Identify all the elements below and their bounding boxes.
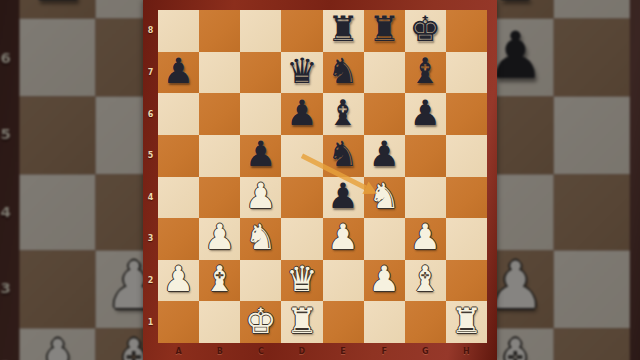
square-a5[interactable] xyxy=(158,135,199,177)
piece-white-knight-f4[interactable]: ♞ xyxy=(368,179,399,214)
bg-square-h6 xyxy=(553,19,629,96)
piece-black-knight-e5[interactable]: ♞ xyxy=(327,137,358,172)
rank-label-7: 7 xyxy=(143,52,158,94)
video-frame: 87654321♜♜♚♟♛♞♝♟♝♟♟♞♟♟♟♞♟♞♟♟♟♝♛♟♝♚♜♜ABCD… xyxy=(0,0,640,360)
square-f6[interactable] xyxy=(364,93,405,135)
square-b6[interactable] xyxy=(199,93,240,135)
square-g7[interactable]: ♝ xyxy=(405,52,446,94)
square-f5[interactable]: ♟ xyxy=(364,135,405,177)
square-f7[interactable] xyxy=(364,52,405,94)
square-a3[interactable] xyxy=(158,218,199,260)
square-d7[interactable]: ♛ xyxy=(281,52,322,94)
piece-black-bishop-g7[interactable]: ♝ xyxy=(410,54,441,89)
rank-label-4: 4 xyxy=(143,177,158,219)
square-g6[interactable]: ♟ xyxy=(405,93,446,135)
bg-rank-label-5: 5 xyxy=(0,96,19,173)
square-e5[interactable]: ♞ xyxy=(323,135,364,177)
piece-white-bishop-b2[interactable]: ♝ xyxy=(204,262,235,297)
bg-square-a3 xyxy=(19,251,95,328)
square-d8[interactable] xyxy=(281,10,322,52)
bg-square-h5 xyxy=(553,96,629,173)
piece-black-bishop-e6[interactable]: ♝ xyxy=(327,96,358,131)
piece-black-king-g8[interactable]: ♚ xyxy=(410,12,441,47)
square-a1[interactable] xyxy=(158,301,199,343)
square-c2[interactable] xyxy=(240,260,281,302)
rank-label-8: 8 xyxy=(143,10,158,52)
square-g1[interactable] xyxy=(405,301,446,343)
rank-label-5: 5 xyxy=(143,135,158,177)
square-a6[interactable] xyxy=(158,93,199,135)
rank-label-6: 6 xyxy=(143,93,158,135)
square-h1[interactable]: ♜ xyxy=(446,301,487,343)
square-a4[interactable] xyxy=(158,177,199,219)
square-c6[interactable] xyxy=(240,93,281,135)
square-d1[interactable]: ♜ xyxy=(281,301,322,343)
rank-label-1: 1 xyxy=(143,301,158,343)
square-f2[interactable]: ♟ xyxy=(364,260,405,302)
file-label-A: A xyxy=(158,343,199,360)
square-g4[interactable] xyxy=(405,177,446,219)
bg-square-a7: ♟ xyxy=(19,0,95,19)
square-b7[interactable] xyxy=(199,52,240,94)
bg-square-h7 xyxy=(553,0,629,19)
square-h7[interactable] xyxy=(446,52,487,94)
square-b3[interactable]: ♟ xyxy=(199,218,240,260)
piece-white-rook-d1[interactable]: ♜ xyxy=(286,304,317,339)
square-c7[interactable] xyxy=(240,52,281,94)
file-label-G: G xyxy=(405,343,446,360)
square-g2[interactable]: ♝ xyxy=(405,260,446,302)
square-d5[interactable] xyxy=(281,135,322,177)
file-labels: ABCDEFGH xyxy=(158,343,487,360)
square-e2[interactable] xyxy=(323,260,364,302)
bg-square-a5 xyxy=(19,96,95,173)
piece-black-pawn-f5[interactable]: ♟ xyxy=(368,137,399,172)
square-h2[interactable] xyxy=(446,260,487,302)
square-b4[interactable] xyxy=(199,177,240,219)
square-e4[interactable]: ♟ xyxy=(323,177,364,219)
bg-square-h2 xyxy=(553,328,629,360)
piece-black-pawn-d6[interactable]: ♟ xyxy=(286,96,317,131)
square-h3[interactable] xyxy=(446,218,487,260)
square-c8[interactable] xyxy=(240,10,281,52)
square-a2[interactable]: ♟ xyxy=(158,260,199,302)
piece-white-pawn-e3[interactable]: ♟ xyxy=(327,220,358,255)
piece-black-rook-e8[interactable]: ♜ xyxy=(327,12,358,47)
bg-square-h3 xyxy=(553,251,629,328)
piece-white-pawn-b3[interactable]: ♟ xyxy=(204,220,235,255)
piece-black-queen-d7[interactable]: ♛ xyxy=(286,54,317,89)
piece-white-bishop-g2[interactable]: ♝ xyxy=(410,262,441,297)
square-e6[interactable]: ♝ xyxy=(323,93,364,135)
piece-white-knight-c3[interactable]: ♞ xyxy=(245,220,276,255)
square-g3[interactable]: ♟ xyxy=(405,218,446,260)
square-b2[interactable]: ♝ xyxy=(199,260,240,302)
square-e8[interactable]: ♜ xyxy=(323,10,364,52)
square-c1[interactable]: ♚ xyxy=(240,301,281,343)
bg-square-a6 xyxy=(19,19,95,96)
piece-black-knight-e7[interactable]: ♞ xyxy=(327,54,358,89)
rank-label-2: 2 xyxy=(143,260,158,302)
bg-square-h4 xyxy=(553,174,629,251)
piece-black-pawn-c5[interactable]: ♟ xyxy=(245,137,276,172)
square-e1[interactable] xyxy=(323,301,364,343)
piece-white-pawn-a2[interactable]: ♟ xyxy=(163,262,194,297)
bg-rank-label-7: 7 xyxy=(0,0,19,19)
piece-white-rook-h1[interactable]: ♜ xyxy=(451,304,482,339)
bg-rank-label-6: 6 xyxy=(0,19,19,96)
bg-rank-label-2: 2 xyxy=(0,328,19,360)
rank-label-3: 3 xyxy=(143,218,158,260)
square-h5[interactable] xyxy=(446,135,487,177)
square-d6[interactable]: ♟ xyxy=(281,93,322,135)
file-label-E: E xyxy=(323,343,364,360)
rank-labels: 87654321 xyxy=(143,10,158,343)
piece-white-queen-d2[interactable]: ♛ xyxy=(286,262,317,297)
square-a8[interactable] xyxy=(158,10,199,52)
square-h6[interactable] xyxy=(446,93,487,135)
bg-rank-label-4: 4 xyxy=(0,174,19,251)
square-e7[interactable]: ♞ xyxy=(323,52,364,94)
piece-black-pawn-g6[interactable]: ♟ xyxy=(410,96,441,131)
piece-white-pawn-g3[interactable]: ♟ xyxy=(410,220,441,255)
chess-board: ♜♜♚♟♛♞♝♟♝♟♟♞♟♟♟♞♟♞♟♟♟♝♛♟♝♚♜♜ xyxy=(158,10,487,343)
bg-rank-labels: 87654321 xyxy=(0,0,19,360)
square-d4[interactable] xyxy=(281,177,322,219)
square-c5[interactable]: ♟ xyxy=(240,135,281,177)
square-c3[interactable]: ♞ xyxy=(240,218,281,260)
square-f1[interactable] xyxy=(364,301,405,343)
bg-square-a2: ♟ xyxy=(19,328,95,360)
bg-piece-white-pawn-a2: ♟ xyxy=(29,332,87,360)
bg-piece-black-pawn-a7: ♟ xyxy=(29,0,87,11)
square-f8[interactable]: ♜ xyxy=(364,10,405,52)
square-d3[interactable] xyxy=(281,218,322,260)
square-h4[interactable] xyxy=(446,177,487,219)
square-f3[interactable] xyxy=(364,218,405,260)
piece-black-pawn-a7[interactable]: ♟ xyxy=(163,54,194,89)
piece-black-pawn-e4[interactable]: ♟ xyxy=(327,179,358,214)
square-a7[interactable]: ♟ xyxy=(158,52,199,94)
square-b1[interactable] xyxy=(199,301,240,343)
piece-white-pawn-f2[interactable]: ♟ xyxy=(368,262,399,297)
square-g8[interactable]: ♚ xyxy=(405,10,446,52)
file-label-C: C xyxy=(240,343,281,360)
square-d2[interactable]: ♛ xyxy=(281,260,322,302)
file-label-D: D xyxy=(281,343,322,360)
bg-rank-label-3: 3 xyxy=(0,251,19,328)
square-b8[interactable] xyxy=(199,10,240,52)
bg-square-a4 xyxy=(19,174,95,251)
file-label-H: H xyxy=(446,343,487,360)
square-f4[interactable]: ♞ xyxy=(364,177,405,219)
square-b5[interactable] xyxy=(199,135,240,177)
file-label-B: B xyxy=(199,343,240,360)
board-frame: 87654321♜♜♚♟♛♞♝♟♝♟♟♞♟♟♟♞♟♞♟♟♟♝♛♟♝♚♜♜ABCD… xyxy=(143,0,497,360)
square-c4[interactable]: ♟ xyxy=(240,177,281,219)
file-label-F: F xyxy=(364,343,405,360)
square-h8[interactable] xyxy=(446,10,487,52)
piece-black-rook-f8[interactable]: ♜ xyxy=(368,12,399,47)
piece-white-king-c1[interactable]: ♚ xyxy=(245,304,276,339)
square-g5[interactable] xyxy=(405,135,446,177)
square-e3[interactable]: ♟ xyxy=(323,218,364,260)
piece-white-pawn-c4[interactable]: ♟ xyxy=(245,179,276,214)
